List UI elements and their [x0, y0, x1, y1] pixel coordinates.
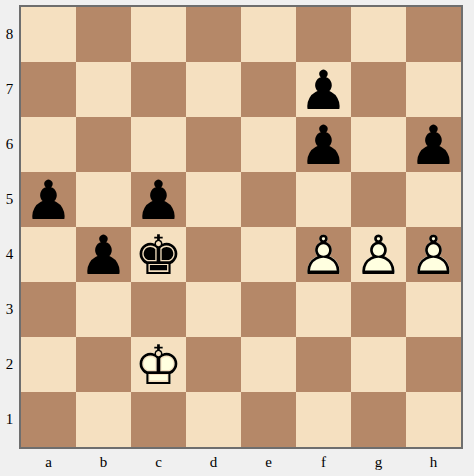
- piece-white-pawn[interactable]: ♟♙: [406, 227, 461, 282]
- square-b8[interactable]: [76, 7, 131, 62]
- black-king-glyph: ♚: [131, 227, 186, 282]
- square-e3[interactable]: [241, 282, 296, 337]
- square-h3[interactable]: [406, 282, 461, 337]
- rank-label-5: 5: [0, 172, 19, 227]
- square-a3[interactable]: [21, 282, 76, 337]
- black-pawn-glyph: ♟: [296, 62, 351, 117]
- square-f4[interactable]: ♟♙: [296, 227, 351, 282]
- square-d5[interactable]: [186, 172, 241, 227]
- piece-black-pawn[interactable]: ♟: [76, 227, 131, 282]
- rank-labels: 87654321: [0, 7, 19, 447]
- square-e1[interactable]: [241, 392, 296, 447]
- rank-label-2: 2: [0, 337, 19, 392]
- diagram-background: 87654321 ♟♟♟♟♟♟♚♟♙♟♙♟♙♚♔ abcdefgh: [0, 0, 474, 476]
- square-g5[interactable]: [351, 172, 406, 227]
- rank-label-4: 4: [0, 227, 19, 282]
- square-b5[interactable]: [76, 172, 131, 227]
- square-g6[interactable]: [351, 117, 406, 172]
- square-a1[interactable]: [21, 392, 76, 447]
- white-king-glyph-outline: ♔: [131, 337, 186, 392]
- square-e7[interactable]: [241, 62, 296, 117]
- square-h6[interactable]: ♟: [406, 117, 461, 172]
- square-a8[interactable]: [21, 7, 76, 62]
- square-g3[interactable]: [351, 282, 406, 337]
- piece-white-pawn[interactable]: ♟♙: [296, 227, 351, 282]
- black-pawn-glyph: ♟: [76, 227, 131, 282]
- square-h5[interactable]: [406, 172, 461, 227]
- piece-black-pawn[interactable]: ♟: [406, 117, 461, 172]
- square-d3[interactable]: [186, 282, 241, 337]
- square-b6[interactable]: [76, 117, 131, 172]
- square-d2[interactable]: [186, 337, 241, 392]
- square-e5[interactable]: [241, 172, 296, 227]
- piece-black-pawn[interactable]: ♟: [131, 172, 186, 227]
- file-label-g: g: [351, 451, 406, 473]
- square-c5[interactable]: ♟: [131, 172, 186, 227]
- white-pawn-glyph-outline: ♙: [406, 227, 461, 282]
- square-d8[interactable]: [186, 7, 241, 62]
- rank-label-8: 8: [0, 7, 19, 62]
- square-a2[interactable]: [21, 337, 76, 392]
- square-e6[interactable]: [241, 117, 296, 172]
- file-labels: abcdefgh: [21, 451, 461, 473]
- square-e8[interactable]: [241, 7, 296, 62]
- square-f1[interactable]: [296, 392, 351, 447]
- square-c7[interactable]: [131, 62, 186, 117]
- file-label-a: a: [21, 451, 76, 473]
- file-label-f: f: [296, 451, 351, 473]
- piece-black-pawn[interactable]: ♟: [296, 62, 351, 117]
- square-g1[interactable]: [351, 392, 406, 447]
- file-label-c: c: [131, 451, 186, 473]
- white-pawn-glyph-outline: ♙: [351, 227, 406, 282]
- black-pawn-glyph: ♟: [21, 172, 76, 227]
- square-d4[interactable]: [186, 227, 241, 282]
- black-pawn-glyph: ♟: [406, 117, 461, 172]
- square-c1[interactable]: [131, 392, 186, 447]
- square-f7[interactable]: ♟: [296, 62, 351, 117]
- square-e2[interactable]: [241, 337, 296, 392]
- square-g8[interactable]: [351, 7, 406, 62]
- white-pawn-glyph-outline: ♙: [296, 227, 351, 282]
- square-b2[interactable]: [76, 337, 131, 392]
- square-c2[interactable]: ♚♔: [131, 337, 186, 392]
- square-h2[interactable]: [406, 337, 461, 392]
- black-pawn-glyph: ♟: [296, 117, 351, 172]
- square-h8[interactable]: [406, 7, 461, 62]
- rank-label-6: 6: [0, 117, 19, 172]
- black-pawn-glyph: ♟: [131, 172, 186, 227]
- square-h1[interactable]: [406, 392, 461, 447]
- chess-board: ♟♟♟♟♟♟♚♟♙♟♙♟♙♚♔: [21, 7, 461, 447]
- square-h7[interactable]: [406, 62, 461, 117]
- square-g2[interactable]: [351, 337, 406, 392]
- square-e4[interactable]: [241, 227, 296, 282]
- file-label-h: h: [406, 451, 461, 473]
- square-c6[interactable]: [131, 117, 186, 172]
- piece-black-king[interactable]: ♚: [131, 227, 186, 282]
- square-b7[interactable]: [76, 62, 131, 117]
- file-label-b: b: [76, 451, 131, 473]
- piece-white-pawn[interactable]: ♟♙: [351, 227, 406, 282]
- rank-label-3: 3: [0, 282, 19, 337]
- square-b4[interactable]: ♟: [76, 227, 131, 282]
- square-f2[interactable]: [296, 337, 351, 392]
- square-c4[interactable]: ♚: [131, 227, 186, 282]
- square-b1[interactable]: [76, 392, 131, 447]
- piece-black-pawn[interactable]: ♟: [296, 117, 351, 172]
- square-a5[interactable]: ♟: [21, 172, 76, 227]
- square-g4[interactable]: ♟♙: [351, 227, 406, 282]
- square-h4[interactable]: ♟♙: [406, 227, 461, 282]
- square-d1[interactable]: [186, 392, 241, 447]
- square-d7[interactable]: [186, 62, 241, 117]
- square-f8[interactable]: [296, 7, 351, 62]
- file-label-d: d: [186, 451, 241, 473]
- square-d6[interactable]: [186, 117, 241, 172]
- rank-label-7: 7: [0, 62, 19, 117]
- square-c3[interactable]: [131, 282, 186, 337]
- file-label-e: e: [241, 451, 296, 473]
- square-c8[interactable]: [131, 7, 186, 62]
- square-a6[interactable]: [21, 117, 76, 172]
- board-frame: ♟♟♟♟♟♟♚♟♙♟♙♟♙♚♔: [19, 5, 463, 449]
- square-a4[interactable]: [21, 227, 76, 282]
- piece-white-king[interactable]: ♚♔: [131, 337, 186, 392]
- square-a7[interactable]: [21, 62, 76, 117]
- rank-label-1: 1: [0, 392, 19, 447]
- square-b3[interactable]: [76, 282, 131, 337]
- square-f3[interactable]: [296, 282, 351, 337]
- square-g7[interactable]: [351, 62, 406, 117]
- piece-black-pawn[interactable]: ♟: [21, 172, 76, 227]
- square-f6[interactable]: ♟: [296, 117, 351, 172]
- square-f5[interactable]: [296, 172, 351, 227]
